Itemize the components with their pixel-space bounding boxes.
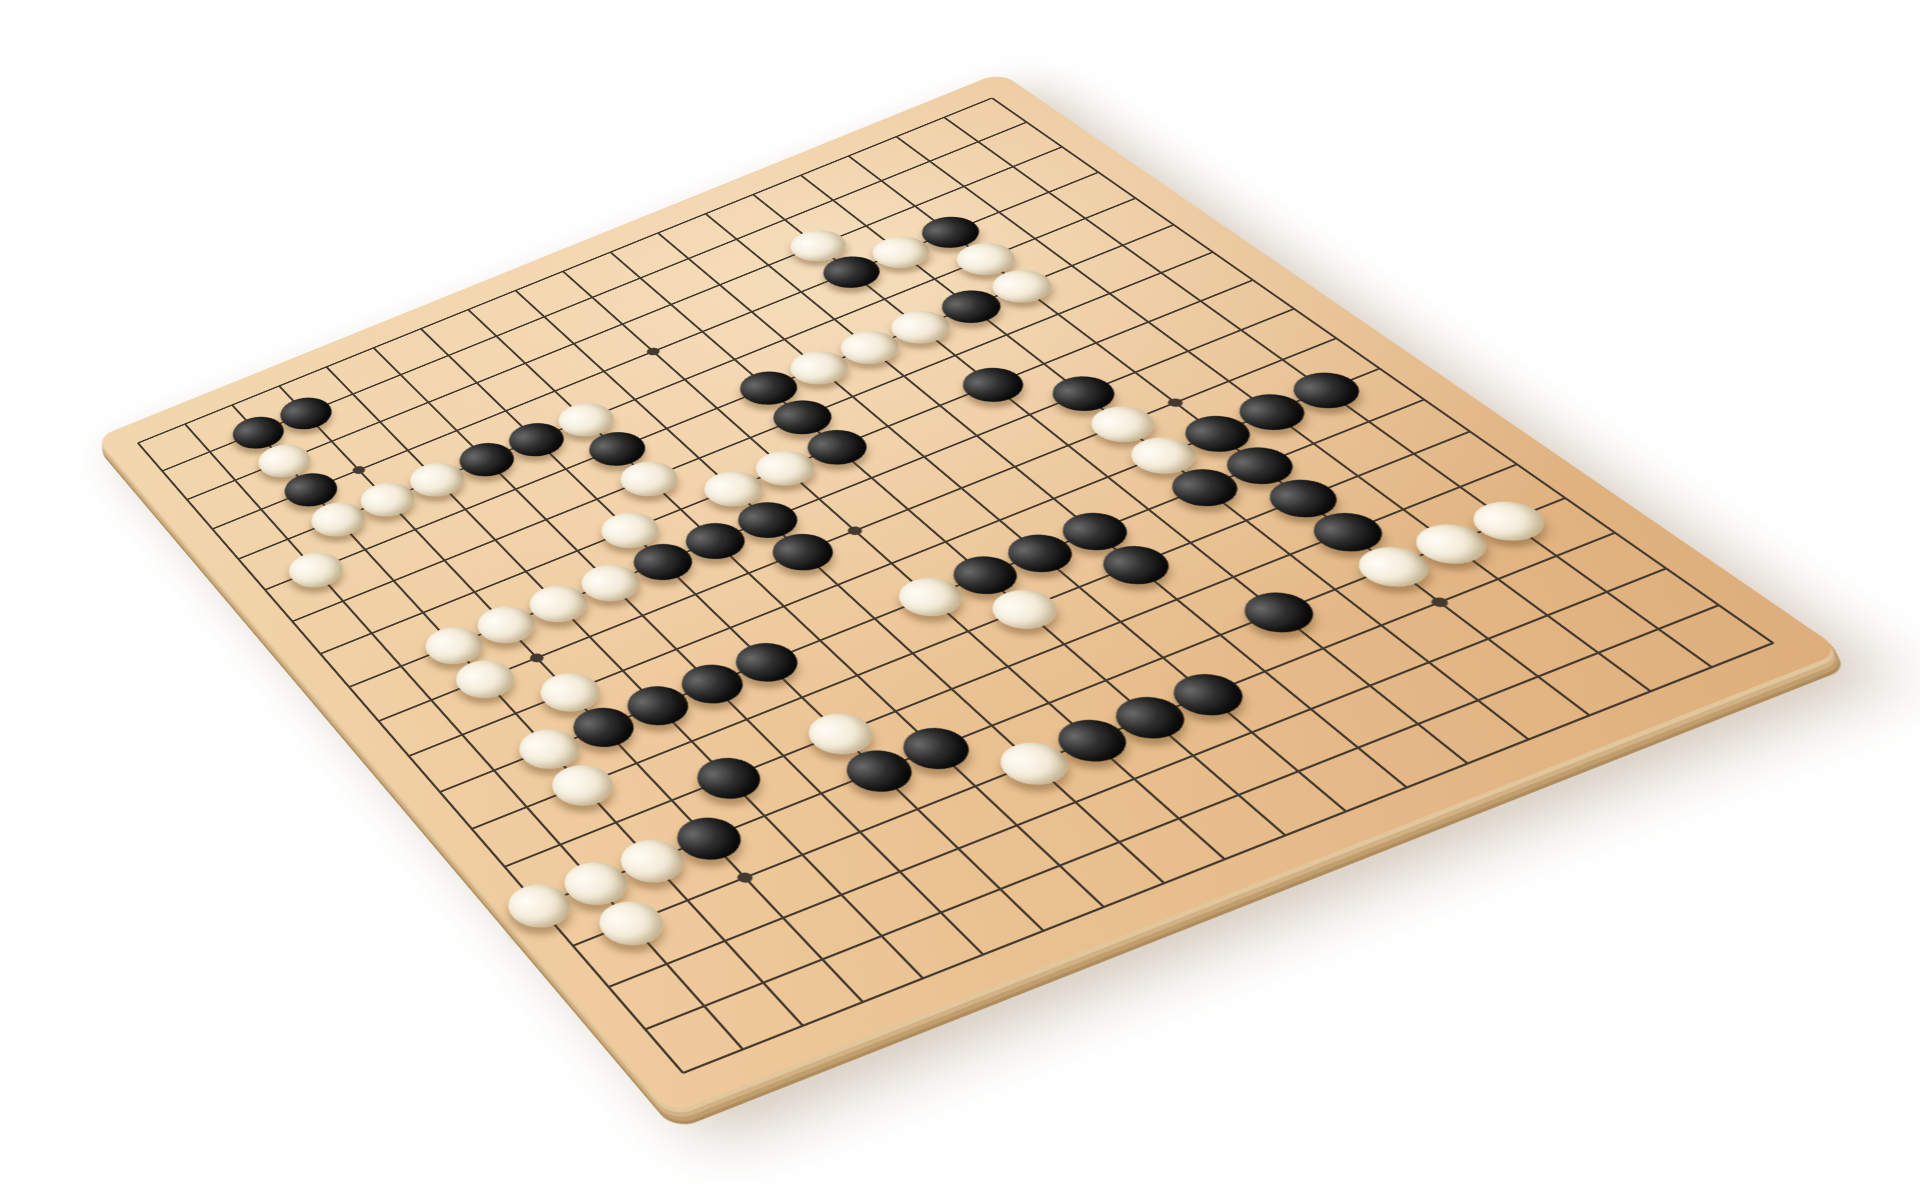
stones-layer bbox=[138, 98, 1773, 1073]
stone-black[interactable] bbox=[950, 361, 1034, 408]
stone-black[interactable] bbox=[685, 750, 772, 806]
stone-white[interactable] bbox=[279, 546, 352, 594]
stone-black[interactable] bbox=[1230, 585, 1326, 640]
photo-canvas bbox=[0, 0, 1920, 1204]
go-board[interactable] bbox=[96, 72, 1844, 1114]
